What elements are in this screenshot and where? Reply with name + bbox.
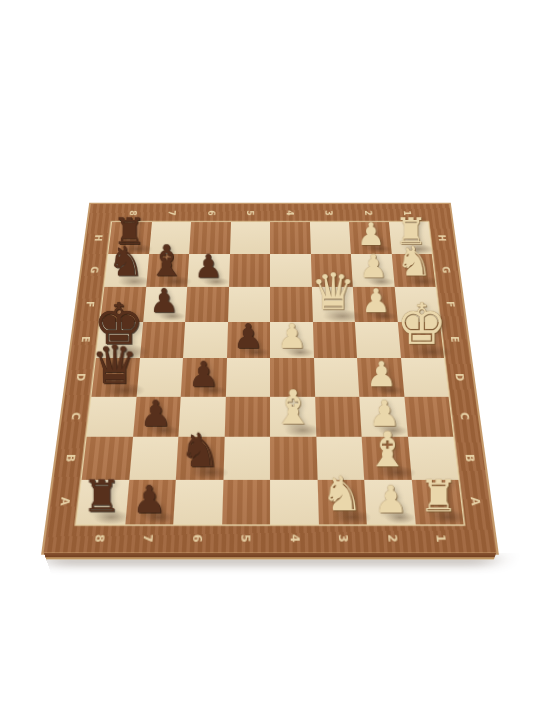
square-h2	[349, 222, 391, 254]
white-bishop-b2: ♝	[365, 425, 408, 474]
square-e7	[140, 322, 186, 358]
file-label-left-A: A	[57, 497, 72, 506]
square-e5	[227, 322, 271, 358]
rank-label-bottom-1: 1	[433, 534, 448, 542]
rank-label-bottom-2: 2	[384, 534, 399, 542]
square-a4	[270, 479, 318, 524]
rank-label-bottom-3: 3	[336, 534, 351, 542]
rank-label-bottom-7: 7	[140, 534, 155, 542]
square-e3	[312, 322, 357, 358]
square-g6	[187, 254, 229, 287]
square-g8	[104, 254, 148, 287]
file-label-left-G: G	[88, 267, 101, 274]
file-label-right-E: E	[448, 336, 462, 342]
square-f2	[353, 287, 397, 322]
square-e2	[355, 322, 401, 358]
square-h7	[149, 222, 191, 254]
rank-label-top-3: 3	[323, 210, 335, 215]
black-pawn-a7: ♟	[133, 480, 167, 518]
square-e1	[397, 322, 444, 358]
square-h8	[108, 222, 151, 254]
square-g1	[391, 254, 435, 287]
black-pawn-c7: ♟	[140, 395, 172, 431]
black-queen-d8: ♛	[91, 338, 139, 391]
black-rook-a8: ♜	[81, 474, 121, 518]
rank-label-bottom-4: 4	[287, 534, 302, 542]
square-f6	[185, 287, 228, 322]
file-label-right-G: G	[439, 267, 452, 274]
square-b4	[270, 437, 317, 480]
file-label-left-C: C	[68, 413, 82, 421]
square-f1	[394, 287, 439, 322]
square-f5	[228, 287, 270, 322]
file-label-right-D: D	[452, 373, 466, 381]
rank-label-top-4: 4	[284, 210, 296, 215]
square-f3	[311, 287, 354, 322]
square-c1	[404, 396, 453, 436]
square-f4	[270, 287, 312, 322]
black-knight-b6: ♞	[179, 427, 221, 473]
rank-label-bottom-6: 6	[189, 534, 204, 542]
square-a5	[222, 479, 270, 524]
square-g7	[146, 254, 189, 287]
rank-label-bottom-5: 5	[238, 534, 253, 542]
square-e6	[183, 322, 228, 358]
product-photo: HHGGFFEEDDCCBBAA8877665544332211♜♛♚♞♜♟♟♟…	[0, 0, 540, 720]
white-pawn-a2: ♟	[374, 480, 408, 518]
square-f7	[143, 287, 187, 322]
square-f8	[100, 287, 145, 322]
white-bishop-c4: ♝	[272, 384, 314, 431]
white-knight-a3: ♞	[321, 470, 364, 518]
square-d1	[401, 358, 449, 396]
square-b5	[223, 437, 270, 480]
square-h5	[230, 222, 270, 254]
file-label-right-A: A	[468, 497, 483, 506]
square-h6	[189, 222, 230, 254]
file-label-right-H: H	[435, 234, 448, 241]
square-d5	[225, 358, 270, 396]
file-label-left-D: D	[73, 373, 87, 381]
board-edge	[44, 553, 497, 560]
board-scene: HHGGFFEEDDCCBBAA8877665544332211♜♛♚♞♜♟♟♟…	[0, 158, 540, 578]
square-b7	[129, 437, 179, 480]
file-label-left-H: H	[92, 234, 105, 241]
file-label-right-C: C	[457, 413, 471, 421]
square-c5	[224, 396, 270, 436]
square-e4	[270, 322, 314, 358]
square-c8	[87, 396, 136, 436]
black-pawn-d6: ♟	[188, 356, 219, 391]
square-h3	[310, 222, 351, 254]
white-pawn-d2: ♟	[366, 356, 397, 391]
square-d3	[314, 358, 360, 396]
square-a6	[173, 479, 223, 524]
rank-label-bottom-8: 8	[91, 534, 106, 542]
file-label-right-B: B	[462, 454, 477, 462]
white-rook-a1: ♜	[419, 474, 459, 518]
square-h1	[389, 222, 432, 254]
square-g2	[351, 254, 394, 287]
chess-board: HHGGFFEEDDCCBBAA8877665544332211♜♛♚♞♜♟♟♟…	[44, 204, 497, 553]
square-g4	[270, 254, 311, 287]
rank-label-top-7: 7	[166, 210, 178, 215]
rank-label-top-6: 6	[205, 210, 217, 215]
square-g3	[310, 254, 352, 287]
rank-label-top-5: 5	[244, 210, 256, 215]
square-h4	[270, 222, 310, 254]
square-g5	[229, 254, 270, 287]
file-label-left-B: B	[63, 454, 78, 462]
